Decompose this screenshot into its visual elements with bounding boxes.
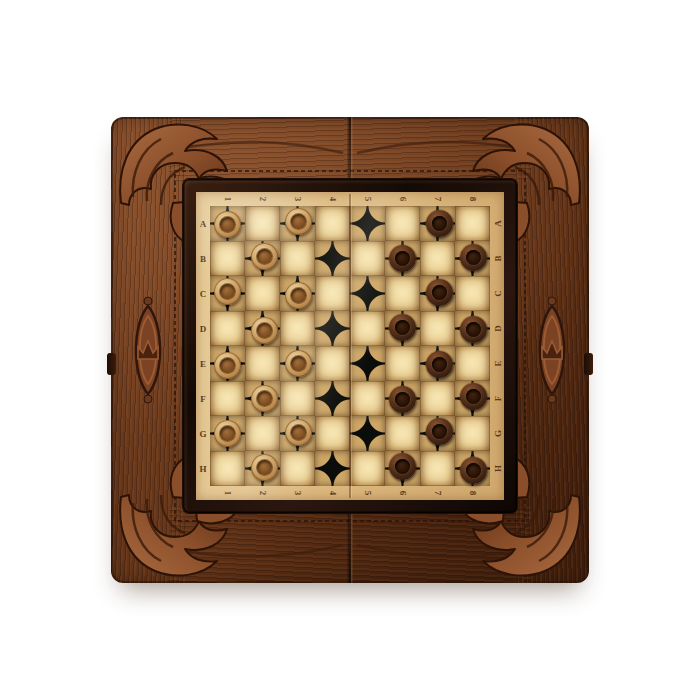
checker-light-C3[interactable]	[285, 282, 312, 309]
square-E4[interactable]	[315, 346, 350, 381]
square-E3[interactable]	[280, 346, 315, 381]
square-H7[interactable]	[420, 451, 455, 486]
board-photo: 12345678 12345678 ABCDEFGH ABCDEFGH	[0, 0, 700, 700]
checker-light-G3[interactable]	[285, 419, 312, 446]
board-panel: 12345678 12345678 ABCDEFGH ABCDEFGH	[196, 192, 504, 500]
checker-dark-F8[interactable]	[460, 383, 487, 410]
square-D5[interactable]	[350, 311, 385, 346]
checker-dark-D8[interactable]	[460, 316, 487, 343]
square-H3[interactable]	[280, 451, 315, 486]
square-E8[interactable]	[455, 346, 490, 381]
square-A8[interactable]	[455, 206, 490, 241]
rank-labels-left: ABCDEFGH	[196, 206, 210, 486]
square-C7[interactable]	[420, 276, 455, 311]
square-A1[interactable]	[210, 206, 245, 241]
square-B5[interactable]	[350, 241, 385, 276]
checker-dark-D6[interactable]	[389, 314, 416, 341]
checker-light-A3[interactable]	[285, 208, 312, 235]
square-D2[interactable]	[245, 311, 280, 346]
square-C8[interactable]	[455, 276, 490, 311]
board-grid	[210, 206, 490, 486]
square-E5[interactable]	[350, 346, 385, 381]
square-H8[interactable]	[455, 451, 490, 486]
rank-label-left-D: D	[196, 311, 210, 346]
checker-dark-E7[interactable]	[426, 351, 453, 378]
square-B1[interactable]	[210, 241, 245, 276]
checker-dark-A7[interactable]	[426, 210, 453, 237]
checker-dark-G7[interactable]	[426, 418, 453, 445]
square-C6[interactable]	[385, 276, 420, 311]
square-F6[interactable]	[385, 381, 420, 416]
square-G2[interactable]	[245, 416, 280, 451]
rank-label-left-C: C	[196, 276, 210, 311]
square-E1[interactable]	[210, 346, 245, 381]
square-C2[interactable]	[245, 276, 280, 311]
square-A5[interactable]	[350, 206, 385, 241]
square-C1[interactable]	[210, 276, 245, 311]
checker-light-H2[interactable]	[251, 454, 278, 481]
rank-label-left-A: A	[196, 206, 210, 241]
square-F2[interactable]	[245, 381, 280, 416]
file-labels-top: 12345678	[210, 192, 490, 206]
medallion-right	[540, 297, 564, 403]
square-D6[interactable]	[385, 311, 420, 346]
checker-dark-B8[interactable]	[460, 244, 487, 271]
square-E2[interactable]	[245, 346, 280, 381]
rank-labels-right: ABCDEFGH	[490, 206, 504, 486]
file-labels-bottom: 12345678	[210, 486, 490, 500]
checker-light-E1[interactable]	[214, 352, 241, 379]
square-G4[interactable]	[315, 416, 350, 451]
square-H2[interactable]	[245, 451, 280, 486]
square-A2[interactable]	[245, 206, 280, 241]
checker-dark-F6[interactable]	[389, 386, 416, 413]
square-F4[interactable]	[315, 381, 350, 416]
square-F8[interactable]	[455, 381, 490, 416]
square-C3[interactable]	[280, 276, 315, 311]
square-H4[interactable]	[315, 451, 350, 486]
checker-light-B2[interactable]	[251, 243, 278, 270]
square-F7[interactable]	[420, 381, 455, 416]
square-B8[interactable]	[455, 241, 490, 276]
square-C5[interactable]	[350, 276, 385, 311]
rank-label-left-B: B	[196, 241, 210, 276]
square-H5[interactable]	[350, 451, 385, 486]
square-A6[interactable]	[385, 206, 420, 241]
square-G7[interactable]	[420, 416, 455, 451]
square-D1[interactable]	[210, 311, 245, 346]
square-C4[interactable]	[315, 276, 350, 311]
rank-label-left-G: G	[196, 416, 210, 451]
square-G3[interactable]	[280, 416, 315, 451]
medallion-left	[136, 297, 160, 403]
checker-light-E3[interactable]	[285, 350, 312, 377]
checker-light-G1[interactable]	[214, 420, 241, 447]
checker-light-A1[interactable]	[214, 211, 241, 238]
checker-dark-C7[interactable]	[426, 279, 453, 306]
square-E7[interactable]	[420, 346, 455, 381]
checker-light-D2[interactable]	[251, 317, 278, 344]
checker-dark-H8[interactable]	[460, 457, 487, 484]
square-B4[interactable]	[315, 241, 350, 276]
square-G8[interactable]	[455, 416, 490, 451]
square-D4[interactable]	[315, 311, 350, 346]
square-E6[interactable]	[385, 346, 420, 381]
checker-dark-B6[interactable]	[389, 245, 416, 272]
checker-dark-H6[interactable]	[389, 453, 416, 480]
square-B6[interactable]	[385, 241, 420, 276]
square-F3[interactable]	[280, 381, 315, 416]
rank-label-left-F: F	[196, 381, 210, 416]
square-A7[interactable]	[420, 206, 455, 241]
square-B7[interactable]	[420, 241, 455, 276]
square-D3[interactable]	[280, 311, 315, 346]
rank-label-left-E: E	[196, 346, 210, 381]
square-H1[interactable]	[210, 451, 245, 486]
carved-frame: 12345678 12345678 ABCDEFGH ABCDEFGH	[111, 117, 589, 583]
square-G1[interactable]	[210, 416, 245, 451]
square-D8[interactable]	[455, 311, 490, 346]
square-G6[interactable]	[385, 416, 420, 451]
square-B3[interactable]	[280, 241, 315, 276]
checker-light-F2[interactable]	[251, 385, 278, 412]
rank-label-left-H: H	[196, 451, 210, 486]
checker-light-C1[interactable]	[214, 278, 241, 305]
square-H6[interactable]	[385, 451, 420, 486]
square-G5[interactable]	[350, 416, 385, 451]
square-A3[interactable]	[280, 206, 315, 241]
square-B2[interactable]	[245, 241, 280, 276]
square-A4[interactable]	[315, 206, 350, 241]
square-D7[interactable]	[420, 311, 455, 346]
board-bevel: 12345678 12345678 ABCDEFGH ABCDEFGH	[183, 179, 517, 513]
square-F5[interactable]	[350, 381, 385, 416]
square-F1[interactable]	[210, 381, 245, 416]
